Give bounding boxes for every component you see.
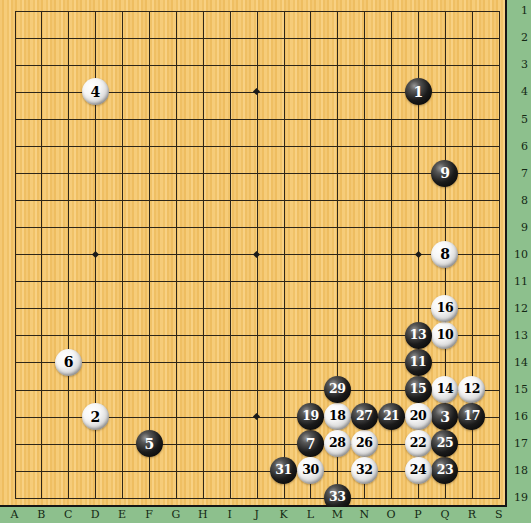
move-number: 33 (329, 491, 345, 504)
move-number: 18 (329, 410, 345, 423)
move-number: 28 (329, 437, 345, 450)
stone-black-25: 25 (431, 430, 458, 457)
move-number: 3 (440, 410, 449, 424)
stone-white-18: 18 (324, 403, 351, 430)
col-label-J: J (248, 508, 266, 522)
stone-white-24: 24 (405, 457, 432, 484)
star-point (253, 88, 260, 95)
move-number: 11 (410, 356, 426, 369)
col-label-D: D (86, 508, 104, 522)
row-label-2: 2 (521, 31, 528, 45)
grid-hline (15, 498, 500, 499)
go-board[interactable]: 1234567891011121314151617181920212223242… (0, 0, 507, 507)
stone-black-21: 21 (378, 403, 405, 430)
move-number: 22 (410, 437, 426, 450)
stone-white-30: 30 (297, 457, 324, 484)
stone-white-10: 10 (431, 322, 458, 349)
move-number: 2 (91, 410, 100, 424)
row-label-13: 13 (514, 329, 528, 343)
row-label-18: 18 (514, 464, 528, 478)
row-label-7: 7 (521, 167, 528, 181)
move-number: 23 (437, 464, 453, 477)
col-label-K: K (275, 508, 293, 522)
col-label-Q: Q (436, 508, 454, 522)
col-label-E: E (113, 508, 131, 522)
stone-white-16: 16 (431, 295, 458, 322)
move-number: 21 (383, 410, 399, 423)
stone-black-29: 29 (324, 376, 351, 403)
move-number: 17 (464, 410, 480, 423)
stone-black-11: 11 (405, 349, 432, 376)
move-number: 25 (437, 437, 453, 450)
row-label-5: 5 (521, 113, 528, 127)
row-label-3: 3 (521, 58, 528, 72)
row-label-9: 9 (521, 221, 528, 235)
move-number: 30 (302, 464, 318, 477)
stone-white-6: 6 (55, 349, 82, 376)
grid-vline (284, 11, 285, 499)
col-label-F: F (140, 508, 158, 522)
stone-white-4: 4 (82, 78, 109, 105)
row-label-11: 11 (514, 275, 528, 289)
move-number: 26 (356, 437, 372, 450)
move-number: 31 (275, 464, 291, 477)
stone-white-12: 12 (458, 376, 485, 403)
stone-black-13: 13 (405, 322, 432, 349)
row-label-19: 19 (514, 491, 528, 505)
move-number: 10 (437, 329, 453, 342)
grid-hline (15, 308, 500, 309)
stone-black-3: 3 (431, 403, 458, 430)
stone-black-27: 27 (351, 403, 378, 430)
row-labels-strip: 12345678910111213141516171819 (507, 0, 531, 523)
move-number: 1 (413, 85, 422, 99)
col-label-A: A (6, 508, 24, 522)
grid-vline (499, 11, 500, 499)
row-label-4: 4 (521, 85, 528, 99)
row-label-1: 1 (521, 4, 528, 18)
col-label-I: I (221, 508, 239, 522)
move-number: 20 (410, 410, 426, 423)
star-point (92, 251, 99, 258)
row-label-6: 6 (521, 140, 528, 154)
stone-white-26: 26 (351, 430, 378, 457)
row-label-17: 17 (514, 437, 528, 451)
stone-black-9: 9 (431, 160, 458, 187)
stone-black-31: 31 (270, 457, 297, 484)
stone-black-1: 1 (405, 78, 432, 105)
stone-white-2: 2 (82, 403, 109, 430)
move-number: 13 (410, 329, 426, 342)
col-label-P: P (409, 508, 427, 522)
col-label-H: H (194, 508, 212, 522)
move-number: 5 (144, 437, 153, 451)
move-number: 29 (329, 383, 345, 396)
move-number: 7 (306, 437, 315, 451)
col-label-C: C (59, 508, 77, 522)
column-labels-strip: ABCDEFGHIJKLMNOPQRS (0, 507, 507, 523)
stone-white-14: 14 (431, 376, 458, 403)
col-label-O: O (382, 508, 400, 522)
stone-black-19: 19 (297, 403, 324, 430)
star-point (414, 251, 421, 258)
stone-white-20: 20 (405, 403, 432, 430)
stone-white-28: 28 (324, 430, 351, 457)
move-number: 12 (464, 383, 480, 396)
col-label-G: G (167, 508, 185, 522)
col-label-B: B (32, 508, 50, 522)
move-number: 24 (410, 464, 426, 477)
move-number: 6 (64, 355, 73, 369)
move-number: 4 (91, 85, 100, 99)
star-point (253, 413, 260, 420)
stone-black-5: 5 (136, 430, 163, 457)
move-number: 32 (356, 464, 372, 477)
go-diagram: 1234567891011121314151617181920212223242… (0, 0, 531, 523)
stone-white-32: 32 (351, 457, 378, 484)
stone-black-23: 23 (431, 457, 458, 484)
move-number: 14 (437, 383, 453, 396)
row-label-8: 8 (521, 194, 528, 208)
col-label-M: M (328, 508, 346, 522)
col-label-S: S (490, 508, 508, 522)
move-number: 27 (356, 410, 372, 423)
row-label-12: 12 (514, 302, 528, 316)
stone-black-17: 17 (458, 403, 485, 430)
stone-black-15: 15 (405, 376, 432, 403)
stone-white-22: 22 (405, 430, 432, 457)
move-number: 16 (437, 302, 453, 315)
row-label-14: 14 (514, 356, 528, 370)
col-label-N: N (355, 508, 373, 522)
col-label-L: L (301, 508, 319, 522)
stone-white-8: 8 (431, 241, 458, 268)
row-label-10: 10 (514, 248, 528, 262)
move-number: 9 (440, 166, 449, 180)
move-number: 8 (440, 247, 449, 261)
row-label-15: 15 (514, 383, 528, 397)
stone-black-7: 7 (297, 430, 324, 457)
move-number: 19 (302, 410, 318, 423)
col-label-R: R (463, 508, 481, 522)
row-label-16: 16 (514, 410, 528, 424)
move-number: 15 (410, 383, 426, 396)
grid-hline (15, 281, 500, 282)
star-point (253, 251, 260, 258)
